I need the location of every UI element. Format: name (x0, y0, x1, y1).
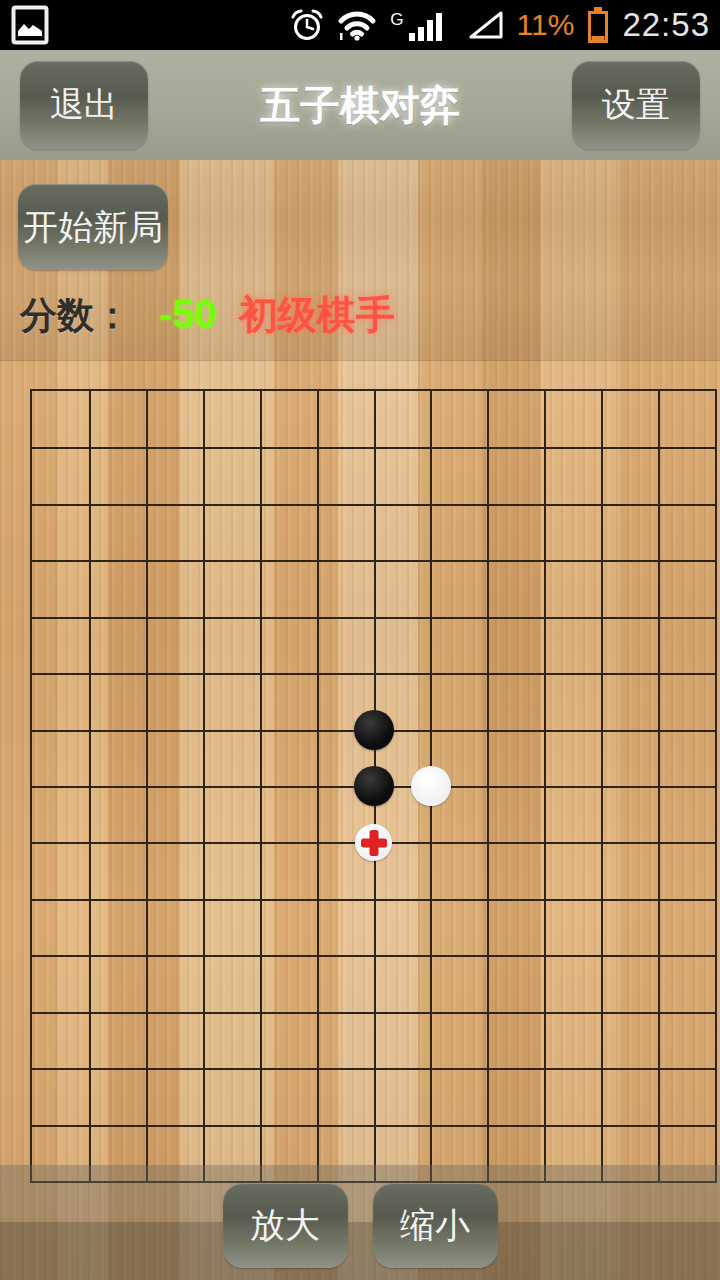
board-cell[interactable] (487, 1012, 544, 1068)
board-cell[interactable] (32, 617, 89, 673)
board-cell[interactable] (32, 786, 89, 842)
board-cell[interactable] (317, 560, 374, 616)
board-cell[interactable] (658, 504, 715, 560)
board-cell[interactable] (146, 1012, 203, 1068)
board-cell[interactable] (203, 560, 260, 616)
board-cell[interactable] (146, 1068, 203, 1124)
board-cell[interactable] (146, 447, 203, 503)
board-cell[interactable] (430, 391, 487, 447)
board-cell[interactable] (32, 955, 89, 1011)
opponent-level-label: 初级棋手 (239, 288, 395, 342)
board-cell[interactable] (487, 899, 544, 955)
board-cell[interactable] (89, 899, 146, 955)
board-cell[interactable] (203, 730, 260, 786)
board-cell[interactable] (544, 617, 601, 673)
board-cell[interactable] (601, 447, 658, 503)
board-cell[interactable] (317, 617, 374, 673)
score-row: 分数： -50 初级棋手 (20, 288, 395, 342)
board-cell[interactable] (374, 955, 431, 1011)
board-cell[interactable] (374, 617, 431, 673)
board-cell[interactable] (374, 1068, 431, 1124)
board-cell[interactable] (89, 786, 146, 842)
board-cell[interactable] (89, 1068, 146, 1124)
zoom-controls: 放大 缩小 (0, 1183, 720, 1268)
board-cell[interactable] (658, 955, 715, 1011)
board-cell[interactable] (89, 617, 146, 673)
board-cell[interactable] (32, 447, 89, 503)
board-cell[interactable] (601, 617, 658, 673)
board-cell[interactable] (601, 560, 658, 616)
board-cell[interactable] (32, 673, 89, 729)
board-cell[interactable] (317, 1068, 374, 1124)
board-cell[interactable] (601, 391, 658, 447)
board-cell[interactable] (544, 560, 601, 616)
board-cell[interactable] (260, 899, 317, 955)
signal-bars-icon: G (390, 8, 444, 42)
page-title: 五子棋对弈 (260, 78, 460, 133)
board-cell[interactable] (317, 730, 374, 786)
board-cell[interactable] (203, 955, 260, 1011)
board-cell[interactable] (487, 730, 544, 786)
board-cell[interactable] (658, 899, 715, 955)
board-cell[interactable] (89, 504, 146, 560)
board-cell[interactable] (317, 504, 374, 560)
board-cell[interactable] (658, 391, 715, 447)
board-cell[interactable] (317, 1012, 374, 1068)
board-cell[interactable] (32, 842, 89, 898)
board-cell[interactable] (601, 899, 658, 955)
board-cell[interactable] (487, 842, 544, 898)
board-cell[interactable] (203, 842, 260, 898)
board-cell[interactable] (374, 730, 431, 786)
board-cell[interactable] (430, 504, 487, 560)
settings-button[interactable]: 设置 (572, 61, 700, 149)
board-cell[interactable] (203, 786, 260, 842)
board-cell[interactable] (260, 391, 317, 447)
board-cell[interactable] (658, 842, 715, 898)
board-cell[interactable] (203, 899, 260, 955)
board-cell[interactable] (487, 391, 544, 447)
board-cell[interactable] (544, 955, 601, 1011)
board-cell[interactable] (430, 1012, 487, 1068)
board-cell[interactable] (260, 560, 317, 616)
board-cell[interactable] (317, 447, 374, 503)
roaming-triangle-icon (468, 10, 504, 40)
board-cell[interactable] (146, 391, 203, 447)
exit-button[interactable]: 退出 (20, 61, 148, 149)
board-cell[interactable] (601, 955, 658, 1011)
board-cell[interactable] (317, 899, 374, 955)
board-cell[interactable] (89, 1012, 146, 1068)
battery-percent-label: 11% (517, 8, 575, 42)
board-cell[interactable] (374, 786, 431, 842)
board-cell[interactable] (260, 673, 317, 729)
board-cell[interactable] (544, 899, 601, 955)
board-cell[interactable] (374, 1012, 431, 1068)
board-cell[interactable] (658, 447, 715, 503)
board-cell[interactable] (317, 842, 374, 898)
board-cell[interactable] (317, 673, 374, 729)
board-cell[interactable] (658, 1012, 715, 1068)
gallery-icon (10, 5, 50, 45)
board-cell[interactable] (32, 560, 89, 616)
board-cell[interactable] (374, 560, 431, 616)
board-cell[interactable] (260, 955, 317, 1011)
board-cell[interactable] (658, 617, 715, 673)
board-cell[interactable] (32, 1012, 89, 1068)
board-cell[interactable] (260, 504, 317, 560)
board-cell[interactable] (317, 391, 374, 447)
battery-icon (587, 6, 609, 44)
board-cell[interactable] (89, 955, 146, 1011)
board-cell[interactable] (89, 673, 146, 729)
board-cell[interactable] (544, 786, 601, 842)
board-cell[interactable] (32, 504, 89, 560)
board-cell[interactable] (487, 447, 544, 503)
board-cell[interactable] (317, 955, 374, 1011)
board-cell[interactable] (487, 617, 544, 673)
board-cell[interactable] (146, 955, 203, 1011)
board-cell[interactable] (32, 730, 89, 786)
board-cell[interactable] (260, 842, 317, 898)
board-cell[interactable] (601, 1068, 658, 1124)
board-cell[interactable] (430, 447, 487, 503)
board-cell[interactable] (601, 842, 658, 898)
title-bar: 退出 五子棋对弈 设置 (0, 50, 720, 160)
board-cell[interactable] (601, 1012, 658, 1068)
board-cell[interactable] (601, 673, 658, 729)
zoom-out-button[interactable]: 缩小 (373, 1183, 498, 1268)
board-cell[interactable] (32, 1068, 89, 1124)
status-bar: G 11% 22:53 (0, 0, 720, 50)
board-cell[interactable] (146, 504, 203, 560)
board-cell[interactable] (544, 730, 601, 786)
board-cell[interactable] (544, 673, 601, 729)
board-cell[interactable] (374, 504, 431, 560)
board-cell[interactable] (658, 730, 715, 786)
board-cell[interactable] (487, 504, 544, 560)
board-cell[interactable] (32, 899, 89, 955)
board-cell[interactable] (487, 560, 544, 616)
board-cell[interactable] (430, 673, 487, 729)
board-cell[interactable] (260, 730, 317, 786)
board-cell[interactable] (487, 673, 544, 729)
board-cell[interactable] (544, 391, 601, 447)
zoom-in-button[interactable]: 放大 (223, 1183, 348, 1268)
clock-time: 22:53 (622, 6, 710, 44)
board-cell[interactable] (430, 1068, 487, 1124)
board-cell[interactable] (260, 617, 317, 673)
board-cell[interactable] (260, 1068, 317, 1124)
board-cell[interactable] (430, 617, 487, 673)
board-cell[interactable] (487, 955, 544, 1011)
board-cell[interactable] (544, 504, 601, 560)
board-cell[interactable] (430, 899, 487, 955)
board-cell[interactable] (430, 560, 487, 616)
board-cell[interactable] (260, 447, 317, 503)
new-game-button[interactable]: 开始新局 (18, 184, 168, 270)
board-cell[interactable] (260, 1012, 317, 1068)
board-cell[interactable] (430, 842, 487, 898)
board-cell[interactable] (317, 786, 374, 842)
board-cell[interactable] (203, 391, 260, 447)
board-cell[interactable] (544, 1012, 601, 1068)
board-cell[interactable] (146, 673, 203, 729)
board-cell[interactable] (146, 617, 203, 673)
board-cell[interactable] (203, 1012, 260, 1068)
board-cell[interactable] (658, 560, 715, 616)
score-label: 分数： (20, 291, 131, 341)
board-cell[interactable] (601, 786, 658, 842)
board-section: 放大 缩小 (0, 360, 720, 1280)
score-value: -50 (159, 292, 217, 337)
board-cell[interactable] (544, 447, 601, 503)
board-cell[interactable] (203, 1068, 260, 1124)
board-cell[interactable] (89, 842, 146, 898)
board-cell[interactable] (89, 560, 146, 616)
board-cell[interactable] (146, 786, 203, 842)
board-cell[interactable] (203, 673, 260, 729)
board-cell[interactable] (374, 673, 431, 729)
board-cell[interactable] (260, 786, 317, 842)
board-cell[interactable] (430, 730, 487, 786)
board-cell[interactable] (203, 504, 260, 560)
alarm-icon (290, 7, 324, 43)
board-cell[interactable] (89, 730, 146, 786)
board-cell[interactable] (544, 1068, 601, 1124)
board-cell[interactable] (544, 842, 601, 898)
board-cell[interactable] (89, 391, 146, 447)
controls-section: 开始新局 分数： -50 初级棋手 (0, 160, 720, 360)
board-cell[interactable] (658, 1068, 715, 1124)
board-cell[interactable] (374, 842, 431, 898)
board-cell[interactable] (32, 391, 89, 447)
network-type-label: G (390, 10, 403, 30)
board-cell[interactable] (374, 447, 431, 503)
board-cell[interactable] (146, 730, 203, 786)
board-cell[interactable] (487, 1068, 544, 1124)
board-cell[interactable] (430, 955, 487, 1011)
board-cell[interactable] (146, 842, 203, 898)
board-cell[interactable] (374, 899, 431, 955)
board-cell[interactable] (146, 560, 203, 616)
board-cell[interactable] (601, 730, 658, 786)
board-cell[interactable] (487, 786, 544, 842)
board-cell[interactable] (430, 786, 487, 842)
board-cell[interactable] (203, 617, 260, 673)
board-cell[interactable] (658, 673, 715, 729)
board-cell[interactable] (601, 504, 658, 560)
board-cell[interactable] (374, 391, 431, 447)
board-cell[interactable] (203, 447, 260, 503)
board-cell[interactable] (89, 447, 146, 503)
board-grid[interactable] (30, 389, 717, 1183)
board-cell[interactable] (146, 899, 203, 955)
wifi-icon (337, 9, 377, 41)
board-cell[interactable] (658, 786, 715, 842)
